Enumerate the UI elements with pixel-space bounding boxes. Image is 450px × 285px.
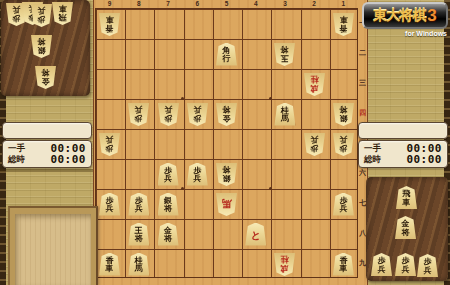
- piece-25[interactable]: 歩兵: [304, 133, 325, 156]
- piece-64[interactable]: 歩兵: [187, 103, 208, 126]
- piece-48[interactable]: と: [245, 223, 266, 246]
- sente-captured-歩兵[interactable]: 歩兵: [417, 254, 438, 277]
- piece-box-interior: [15, 214, 91, 285]
- piece-89[interactable]: 桂馬: [128, 253, 149, 276]
- file-label-2: 2: [300, 0, 329, 7]
- piece-11[interactable]: 香車: [333, 13, 354, 36]
- logo-subtitle-text: for Windows: [392, 30, 447, 37]
- board-star-point: [269, 187, 272, 190]
- file-label-5: 5: [212, 0, 241, 7]
- piece-52[interactable]: 角行: [216, 43, 237, 66]
- rank-label-2: 二: [357, 49, 368, 57]
- piece-34[interactable]: 桂馬: [274, 103, 295, 126]
- logo-title-text: 東大将棋: [373, 7, 425, 25]
- piece-74[interactable]: 歩兵: [158, 103, 179, 126]
- piece-88[interactable]: 王将: [128, 223, 149, 246]
- sente-captured-歩兵[interactable]: 歩兵: [395, 253, 416, 276]
- piece-17[interactable]: 歩兵: [333, 193, 354, 216]
- piece-78[interactable]: 金将: [158, 223, 179, 246]
- file-label-7: 7: [153, 0, 182, 7]
- piece-15[interactable]: 歩兵: [333, 133, 354, 156]
- piece-19[interactable]: 香車: [333, 253, 354, 276]
- right-clock: 一手 00:00 総時 00:00: [358, 140, 448, 168]
- sente-captured-歩兵[interactable]: 歩兵: [371, 253, 392, 276]
- file-label-3: 3: [270, 0, 299, 7]
- piece-87[interactable]: 歩兵: [128, 193, 149, 216]
- piece-54[interactable]: 金将: [216, 103, 237, 126]
- piece-56[interactable]: 銀将: [216, 163, 237, 186]
- piece-97[interactable]: 歩兵: [99, 193, 120, 216]
- piece-14[interactable]: 銀将: [333, 103, 354, 126]
- board-star-point: [181, 187, 184, 190]
- file-label-8: 8: [124, 0, 153, 7]
- left-clock: 一手 00:00 総時 00:00: [2, 140, 92, 168]
- sente-captured-飛車[interactable]: 飛車: [396, 186, 417, 209]
- piece-39[interactable]: 成桂: [274, 253, 295, 276]
- piece-95[interactable]: 歩兵: [99, 133, 120, 156]
- sente-captured-金将[interactable]: 金将: [395, 216, 416, 239]
- piece-91[interactable]: 香車: [99, 13, 120, 36]
- piece-77[interactable]: 銀将: [158, 193, 179, 216]
- piece-84[interactable]: 歩兵: [128, 103, 149, 126]
- file-label-9: 9: [95, 0, 124, 7]
- rank-label-6: 六: [357, 169, 368, 177]
- shogi-app-window: { "app": { "logo_title": "東大将棋", "logo_v…: [0, 0, 450, 285]
- left-total-time-label: 総時: [8, 154, 25, 166]
- file-label-6: 6: [183, 0, 212, 7]
- piece-32[interactable]: 玉将: [274, 43, 295, 66]
- rank-label-4: 四: [357, 109, 368, 117]
- gote-captured-飛車[interactable]: 飛車: [52, 2, 73, 25]
- right-total-time-value: 00:00: [406, 153, 442, 166]
- logo-version-text: 3: [427, 6, 436, 26]
- right-total-time-label: 総時: [364, 154, 381, 166]
- sente-captured-tray[interactable]: 飛車金将歩兵歩兵歩兵: [366, 177, 448, 281]
- gote-captured-tray[interactable]: 歩兵歩兵歩兵飛車銀将金将: [1, 0, 90, 96]
- app-logo: 東大将棋 3: [362, 2, 448, 29]
- file-label-1: 1: [329, 0, 358, 7]
- piece-76[interactable]: 歩兵: [158, 163, 179, 186]
- piece-57[interactable]: 馬: [216, 193, 237, 216]
- tatami-seam: [0, 169, 93, 172]
- right-player-name-bar: [358, 122, 448, 139]
- left-total-time-value: 00:00: [50, 153, 86, 166]
- piece-66[interactable]: 歩兵: [187, 163, 208, 186]
- rank-label-3: 三: [357, 79, 368, 87]
- piece-99[interactable]: 香車: [99, 253, 120, 276]
- left-player-name-bar: [2, 122, 92, 139]
- file-label-4: 4: [241, 0, 270, 7]
- board-star-point: [269, 97, 272, 100]
- board-star-point: [181, 97, 184, 100]
- piece-box: [8, 206, 98, 285]
- gote-captured-銀将[interactable]: 銀将: [31, 35, 52, 58]
- gote-captured-歩兵[interactable]: 歩兵: [31, 4, 52, 27]
- piece-23[interactable]: 成桂: [304, 73, 325, 96]
- gote-captured-金将[interactable]: 金将: [35, 66, 56, 89]
